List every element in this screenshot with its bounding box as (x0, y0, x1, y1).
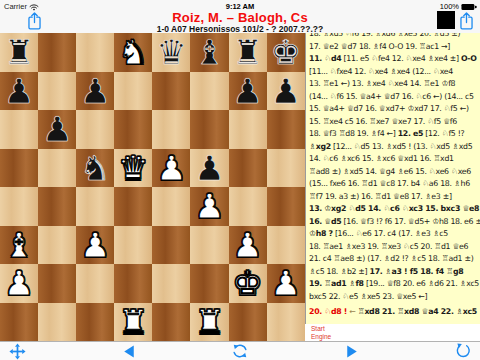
move-pieces-icon (9, 343, 26, 360)
start-engine-label-line2: Engine (311, 333, 331, 340)
move-text: [16... ♘e6 17. c4 (17. ♗e3 ♗c5 (333, 229, 448, 238)
square-a2[interactable]: ♟ (0, 264, 38, 303)
square-g1[interactable] (229, 303, 267, 342)
square-e7[interactable] (152, 72, 190, 111)
move-line[interactable]: (15... fxe6 16. ♖d1 ♕c8 17. b4 ♘a6 18. ♗… (309, 178, 480, 191)
square-e6[interactable] (152, 110, 190, 149)
square-c3[interactable]: ♟ (76, 226, 114, 265)
square-b4[interactable] (38, 187, 76, 226)
square-e4[interactable] (152, 187, 190, 226)
square-d3[interactable] (114, 226, 152, 265)
square-h6[interactable] (267, 110, 305, 149)
square-g3[interactable]: ♟ (229, 226, 267, 265)
square-e1[interactable] (152, 303, 190, 342)
next-move-icon (345, 344, 359, 359)
move-text: 18. ♕f3 ♖d8 19. ♗f4 ←] (309, 129, 398, 138)
black-rook: ♜ (229, 33, 267, 72)
white-pawn: ♟ (229, 226, 267, 265)
square-d4[interactable] (114, 187, 152, 226)
move-line[interactable]: bxc5 22. ♘e5 ♗xe5 23. ♕xe5 ←] (309, 291, 480, 304)
move-line[interactable]: 11. ♘d4 [11. e5 ♘fe4 12. ♘xe4 ♗xe4 ±] O-… (309, 53, 480, 66)
move-line[interactable]: ♔h8 ? [16... ♘e6 17. c4 (17. ♗e3 ♗c5 (309, 228, 480, 241)
reload-icon (455, 343, 471, 359)
square-f7[interactable] (190, 72, 228, 111)
square-g2[interactable]: ♚ (229, 264, 267, 303)
bottom-toolbar (0, 341, 480, 360)
square-b8[interactable] (38, 33, 76, 72)
square-c8[interactable] (76, 33, 114, 72)
move-line[interactable]: 19. ♖ad1 ♗f8 [19... ♕f8 20. e6 ♗d6 21. ♗… (309, 278, 480, 291)
move-text: ♔h8 ? (309, 229, 333, 238)
white-rook: ♜ (190, 303, 228, 342)
square-a8[interactable]: ♜ (0, 33, 38, 72)
square-c6[interactable] (76, 110, 114, 149)
move-text: ♖ad8 ±) ♗xd5 14. ♕g4 ♗e6 15. ♘xe6 ♘xe6 (309, 167, 471, 176)
previous-move-icon (122, 344, 136, 359)
black-queen: ♛ (152, 33, 190, 72)
move-pieces-button[interactable] (6, 343, 28, 359)
black-pawn: ♟ (190, 149, 228, 188)
flip-board-icon (232, 343, 248, 359)
move-line[interactable]: ♖f7 19. a3 ±) 16. ♖d1 ♕e8 17. ♗e3 ±] (309, 191, 480, 204)
move-line[interactable]: ♖ad8 ±) ♗xd5 14. ♕g4 ♗e6 15. ♘xe6 ♘xe6 (309, 166, 480, 179)
share-button-right[interactable] (458, 11, 475, 31)
square-b6[interactable]: ♟ (38, 110, 76, 149)
square-h4[interactable] (267, 187, 305, 226)
black-pawn: ♟ (0, 72, 38, 111)
move-line[interactable]: 13. ♖e1 ←) 13. ♗xe4 ♘xe4 14. ♖e1 ♔f8 (309, 78, 480, 91)
square-f1[interactable]: ♜ (190, 303, 228, 342)
move-text: ♖f7 19. a3 ±) 16. ♖d1 ♕e8 17. ♗e3 ±] (309, 192, 452, 201)
square-c7[interactable]: ♟ (76, 72, 114, 111)
move-text: (14... ♘f6 15. ♕a4+ ♕d7 16. ♘c6 ←) (14..… (309, 92, 474, 101)
black-pawn: ♟ (38, 110, 76, 149)
move-text: 21. c4 ♖ae8 ±) (17. ♗d2 !? ♗c5 18. ♖ad1 … (309, 254, 473, 263)
start-engine-button[interactable]: Start Engine (311, 325, 331, 340)
square-a5[interactable] (0, 149, 38, 188)
black-pawn: ♟ (229, 72, 267, 111)
move-panel: 18. ♗xd5 ♘f6 19. ♗xd6 ♗xe5 20. ♗d5 ±)17.… (305, 33, 480, 324)
square-d2[interactable] (114, 264, 152, 303)
white-pawn: ♟ (190, 187, 228, 226)
square-g7[interactable]: ♟ (229, 72, 267, 111)
square-a4[interactable] (0, 187, 38, 226)
black-pawn: ♟ (76, 72, 114, 111)
move-text: ♗xg2 (309, 142, 331, 151)
square-d5[interactable]: ♛ (114, 149, 152, 188)
black-pawn: ♟ (267, 72, 305, 111)
square-a1[interactable] (0, 303, 38, 342)
square-f8[interactable]: ♝ (190, 33, 228, 72)
square-e2[interactable] (152, 264, 190, 303)
move-text: 12. e5 (398, 129, 423, 138)
black-knight: ♞ (76, 149, 114, 188)
move-line[interactable]: ♗xg2 [12... ♘d5 13. ♗xd5 ! (13. ♘xd5 ♗xd… (309, 141, 480, 154)
move-text: 18. ♗xd5 ♘f6 19. ♗xd6 ♗xe5 20. ♗d5 ±) (309, 33, 460, 38)
move-text: 15. ♖xe4 c5 16. ♖xe7 ♕xe7 17. ♘f5 ♕f6 (309, 117, 457, 126)
square-h5[interactable] (267, 149, 305, 188)
square-c4[interactable] (76, 187, 114, 226)
move-line[interactable]: 18. ♗xd5 ♘f6 19. ♗xd6 ♗xe5 20. ♗d5 ±) (309, 33, 480, 41)
square-g8[interactable]: ♜ (229, 33, 267, 72)
previous-move-button[interactable] (118, 343, 140, 359)
square-f4[interactable]: ♟ (190, 187, 228, 226)
square-d8[interactable]: ♞ (114, 33, 152, 72)
move-line[interactable]: 18. ♖ae1 ♗xe3 19. ♖xe3 ♘c5 20. ♖d1 ♕e6 (309, 241, 480, 254)
move-text: 13. ♖e1 ←) 13. ♗xe4 ♘xe4 14. ♖e1 ♔f8 (309, 79, 455, 88)
square-d1[interactable]: ♜ (114, 303, 152, 342)
move-text: 18. ♖ae1 ♗xe3 19. ♖xe3 ♘c5 20. ♖d1 ♕e6 (309, 242, 468, 251)
move-list: 18. ♗xd5 ♘f6 19. ♗xd6 ♗xe5 20. ♗d5 ±)17.… (306, 33, 480, 319)
square-f5[interactable]: ♟ (190, 149, 228, 188)
side-to-move-indicator (437, 11, 455, 29)
square-b1[interactable] (38, 303, 76, 342)
move-line[interactable]: 15. ♕a4+ ♕d7 16. ♕xd7+ ♔xd7 17. ♘f5 ←) (309, 103, 480, 116)
move-text: [11... ♘fxe4 12. ♘xe4 ♗xe4 (12... ♘xe4 (309, 67, 453, 76)
move-text: 15. ♕a4+ ♕d7 16. ♕xd7+ ♔xd7 17. ♘f5 ←) (309, 104, 469, 113)
square-h3[interactable] (267, 226, 305, 265)
move-text: [12. ♘f5 !? (423, 129, 464, 138)
move-text: [11. e5 ♘fe4 12. ♘xe4 ♗xe4 ±] (341, 54, 460, 63)
square-a6[interactable] (0, 110, 38, 149)
move-text: 13. ♔xg2 ♘d5 14. ♘c6 ♘xc3 15. bxc3 ♕e8 (309, 204, 479, 213)
square-c2[interactable] (76, 264, 114, 303)
square-d7[interactable] (114, 72, 152, 111)
move-text: 17. ♕e2 ♕d7 18. ♗f4 O-O 19. ♖ac1 →] (309, 42, 450, 51)
chess-app-window: Carrier 9:12 AM 100% Roiz, M. – Balogh, … (0, 0, 480, 360)
move-text: [19... ♕f8 20. e6 ♗d6 21. ♗xc5 (364, 279, 479, 288)
current-move-line[interactable]: 20. ♘d8 ! ← ♖xd8 21. ♖xd8 ♕a4 22. ♗xc5 (309, 306, 480, 319)
white-king: ♚ (229, 264, 267, 303)
current-move: 20. ♘d8 ! (309, 307, 347, 316)
black-king: ♚ (267, 33, 305, 72)
move-text: O-O (461, 54, 477, 63)
square-b7[interactable] (38, 72, 76, 111)
move-text: ← (347, 307, 358, 316)
square-f2[interactable] (190, 264, 228, 303)
white-rook: ♜ (114, 303, 152, 342)
square-b2[interactable] (38, 264, 76, 303)
move-text: bxc5 22. ♘e5 ♗xe5 23. ♕xe5 ←] (309, 292, 427, 301)
white-pawn: ♟ (0, 264, 38, 303)
square-c5[interactable]: ♞ (76, 149, 114, 188)
square-b3[interactable] (38, 226, 76, 265)
black-rook: ♜ (0, 33, 38, 72)
move-text: ♖xd8 21. ♖xd8 ♕a4 22. ♗xc5 (358, 307, 477, 316)
square-h1[interactable] (267, 303, 305, 342)
move-text: ♗c5 18. ♗b2 ±] (309, 267, 370, 276)
move-line[interactable]: 16. ♕d5 [16. ♕f3 !? f6 17. ♕d5+ ♔h8 18. … (309, 216, 480, 229)
white-knight: ♞ (114, 33, 152, 72)
move-line[interactable]: [11... ♘fxe4 12. ♘xe4 ♗xe4 (12... ♘xe4 (309, 66, 480, 79)
move-text: 19. ♖ad1 ♗f8 (309, 279, 364, 288)
square-a7[interactable]: ♟ (0, 72, 38, 111)
move-text: (15... fxe6 16. ♖d1 ♕c8 17. b4 ♘a6 18. ♗… (309, 179, 470, 188)
start-engine-label-line1: Start (311, 325, 325, 332)
square-h2[interactable]: ♟ (267, 264, 305, 303)
black-bishop: ♝ (190, 33, 228, 72)
move-line[interactable]: 17. ♕e2 ♕d7 18. ♗f4 O-O 19. ♖ac1 →] (309, 41, 480, 54)
square-f6[interactable] (190, 110, 228, 149)
square-g5[interactable] (229, 149, 267, 188)
move-text: 14. ♘c6 ♗xc6 15. ♗xc6 ♕xd1 16. ♖xd1 (309, 154, 454, 163)
share-arrow (464, 13, 470, 23)
white-pawn: ♟ (76, 226, 114, 265)
move-line[interactable]: (14... ♘f6 15. ♕a4+ ♕d7 16. ♘c6 ←) (14..… (309, 91, 480, 104)
square-d6[interactable] (114, 110, 152, 149)
square-e8[interactable]: ♛ (152, 33, 190, 72)
move-line[interactable]: 21. c4 ♖ae8 ±) (17. ♗d2 !? ♗c5 18. ♖ad1 … (309, 253, 480, 266)
move-text: 11. ♘d4 (309, 54, 341, 63)
engine-strip: Start Engine (305, 324, 480, 341)
flip-board-button[interactable] (229, 343, 251, 359)
white-pawn: ♟ (267, 264, 305, 303)
move-line[interactable]: ♗c5 18. ♗b2 ±] 17. ♗a3 ! f5 18. f4 ♖g8 (309, 266, 480, 279)
next-move-button[interactable] (341, 343, 363, 359)
square-g6[interactable] (229, 110, 267, 149)
square-c1[interactable] (76, 303, 114, 342)
reload-button[interactable] (452, 343, 474, 359)
move-text: [16. ♕f3 !? f6 17. ♕d5+ ♔h8 18. e6 ±] (341, 217, 480, 226)
square-g4[interactable] (229, 187, 267, 226)
move-text: 16. ♕d5 (309, 217, 341, 226)
board: ♜♞♛♝♜♚♟♟♟♟♟♞♛♟♟♟♝♟♟♟♚♟♜♜ (0, 33, 305, 341)
move-line[interactable]: 13. ♔xg2 ♘d5 14. ♘c6 ♘xc3 15. bxc3 ♕e8 (309, 203, 480, 216)
game-title: Roiz, M. – Balogh, Cs (0, 10, 480, 25)
square-b5[interactable] (38, 149, 76, 188)
white-pawn: ♟ (152, 149, 190, 188)
square-a3[interactable]: ♝ (0, 226, 38, 265)
move-text: 17. ♗a3 ! f5 18. f4 ♖g8 (370, 267, 464, 276)
square-f3[interactable] (190, 226, 228, 265)
move-text: [12... ♘d5 13. ♗xd5 ! (13. ♘xd5 ♗xd5 (331, 142, 473, 151)
move-line[interactable]: 18. ♕f3 ♖d8 19. ♗f4 ←] 12. e5 [12. ♘f5 !… (309, 128, 480, 141)
move-line[interactable]: 15. ♖xe4 c5 16. ♖xe7 ♕xe7 17. ♘f5 ♕f6 (309, 116, 480, 129)
move-line[interactable]: 14. ♘c6 ♗xc6 15. ♗xc6 ♕xd1 16. ♖xd1 (309, 153, 480, 166)
square-h8[interactable]: ♚ (267, 33, 305, 72)
square-e3[interactable] (152, 226, 190, 265)
white-queen: ♛ (114, 149, 152, 188)
square-h7[interactable]: ♟ (267, 72, 305, 111)
white-bishop: ♝ (0, 226, 38, 265)
square-e5[interactable]: ♟ (152, 149, 190, 188)
